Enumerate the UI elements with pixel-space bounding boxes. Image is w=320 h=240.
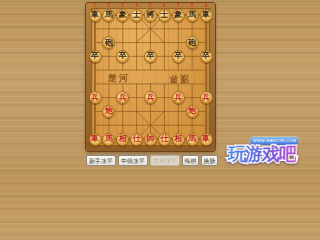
piece-red-general[interactable]: 帥 bbox=[144, 133, 157, 146]
piece-black-soldier[interactable]: 卒 bbox=[200, 50, 213, 63]
file-label-top: 7 bbox=[174, 3, 182, 8]
piece-black-soldier[interactable]: 卒 bbox=[172, 50, 185, 63]
file-label-top: 2 bbox=[105, 3, 113, 8]
file-label-bottom: 一 bbox=[202, 146, 210, 151]
river-label-left: 楚河 bbox=[108, 72, 130, 85]
piece-black-cannon[interactable]: 砲 bbox=[186, 36, 199, 49]
difficulty-novice-button[interactable]: 新手水平 bbox=[86, 155, 116, 166]
file-label-top: 1 bbox=[91, 3, 99, 8]
toolbar: 新手水平 中级水平 大师水平 悔棋 换肤 bbox=[86, 155, 218, 166]
file-label-bottom: 五 bbox=[147, 146, 155, 151]
file-label-bottom: 三 bbox=[174, 146, 182, 151]
piece-black-soldier[interactable]: 卒 bbox=[144, 50, 157, 63]
piece-red-soldier[interactable]: 兵 bbox=[89, 91, 102, 104]
piece-black-elephant[interactable]: 象 bbox=[172, 9, 185, 22]
piece-black-advisor[interactable]: 士 bbox=[158, 9, 171, 22]
file-label-bottom: 六 bbox=[133, 146, 141, 151]
piece-black-horse[interactable]: 馬 bbox=[102, 9, 115, 22]
piece-red-chariot[interactable]: 車 bbox=[200, 133, 213, 146]
site-logo-text: 玩游戏吧 玩游戏吧 bbox=[227, 142, 300, 168]
piece-black-chariot[interactable]: 車 bbox=[89, 9, 102, 22]
file-label-top: 6 bbox=[160, 3, 168, 8]
file-label-top: 5 bbox=[147, 3, 155, 8]
site-logo-text-fill: 玩游戏吧 bbox=[227, 142, 296, 166]
file-label-bottom: 九 bbox=[91, 146, 99, 151]
file-label-bottom: 八 bbox=[105, 146, 113, 151]
river-label-right: 漢界 bbox=[167, 72, 189, 85]
file-label-top: 9 bbox=[202, 3, 210, 8]
piece-red-horse[interactable]: 馬 bbox=[186, 133, 199, 146]
piece-black-advisor[interactable]: 士 bbox=[130, 9, 143, 22]
piece-red-soldier[interactable]: 兵 bbox=[200, 91, 213, 104]
difficulty-intermediate-button[interactable]: 中级水平 bbox=[118, 155, 148, 166]
piece-red-horse[interactable]: 馬 bbox=[102, 133, 115, 146]
piece-black-elephant[interactable]: 象 bbox=[116, 9, 129, 22]
piece-black-general[interactable]: 將 bbox=[144, 9, 157, 22]
piece-red-elephant[interactable]: 相 bbox=[172, 133, 185, 146]
piece-red-soldier[interactable]: 兵 bbox=[172, 91, 185, 104]
piece-red-cannon[interactable]: 炮 bbox=[186, 105, 199, 118]
change-skin-button[interactable]: 换肤 bbox=[201, 155, 218, 166]
piece-red-advisor[interactable]: 仕 bbox=[130, 133, 143, 146]
piece-red-chariot[interactable]: 車 bbox=[89, 133, 102, 146]
board-field[interactable]: 楚河 漢界 車馬象士將士象馬車砲砲卒卒卒卒卒兵兵兵兵兵炮炮車馬相仕帥仕相馬車 bbox=[91, 8, 210, 146]
piece-red-elephant[interactable]: 相 bbox=[116, 133, 129, 146]
file-label-bottom: 四 bbox=[160, 146, 168, 151]
difficulty-master-button[interactable]: 大师水平 bbox=[150, 155, 180, 166]
file-label-top: 8 bbox=[188, 3, 196, 8]
piece-red-advisor[interactable]: 仕 bbox=[158, 133, 171, 146]
file-label-bottom: 七 bbox=[119, 146, 127, 151]
piece-black-soldier[interactable]: 卒 bbox=[116, 50, 129, 63]
file-label-top: 4 bbox=[133, 3, 141, 8]
undo-move-button[interactable]: 悔棋 bbox=[182, 155, 199, 166]
xiangqi-board: 楚河 漢界 車馬象士將士象馬車砲砲卒卒卒卒卒兵兵兵兵兵炮炮車馬相仕帥仕相馬車 1… bbox=[86, 3, 215, 151]
piece-black-soldier[interactable]: 卒 bbox=[89, 50, 102, 63]
piece-black-chariot[interactable]: 車 bbox=[200, 9, 213, 22]
file-label-bottom: 二 bbox=[188, 146, 196, 151]
piece-black-horse[interactable]: 馬 bbox=[186, 9, 199, 22]
file-label-top: 3 bbox=[119, 3, 127, 8]
site-logo[interactable]: WWW.WANYX8.COM 玩游戏吧 玩游戏吧 bbox=[228, 136, 300, 169]
